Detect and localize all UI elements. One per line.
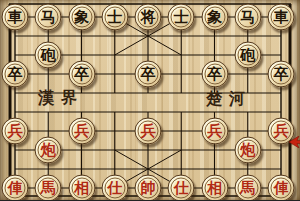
piece-red-advisor[interactable]: 仕 <box>168 175 195 201</box>
piece-glyph: 相 <box>74 180 89 195</box>
piece-red-cannon[interactable]: 炮 <box>234 137 261 164</box>
piece-glyph: 卒 <box>207 66 222 81</box>
piece-glyph: 兵 <box>8 123 23 138</box>
piece-black-rook[interactable]: 車 <box>2 4 29 31</box>
piece-black-advisor[interactable]: 士 <box>168 4 195 31</box>
piece-glyph: 卒 <box>141 66 156 81</box>
piece-glyph: 马 <box>240 9 255 24</box>
piece-red-rook[interactable]: 俥 <box>268 175 295 201</box>
piece-glyph: 俥 <box>274 180 289 195</box>
piece-glyph: 兵 <box>274 123 289 138</box>
piece-black-cannon[interactable]: 砲 <box>234 42 261 69</box>
piece-glyph: 将 <box>141 9 156 24</box>
piece-black-horse[interactable]: 马 <box>234 4 261 31</box>
piece-red-general[interactable]: 帥 <box>135 175 162 201</box>
piece-black-soldier[interactable]: 卒 <box>68 61 95 88</box>
piece-glyph: 兵 <box>74 123 89 138</box>
piece-red-cannon[interactable]: 炮 <box>35 137 62 164</box>
piece-black-elephant[interactable]: 象 <box>68 4 95 31</box>
red-cursor-arrow <box>289 136 300 149</box>
piece-glyph: 仕 <box>174 180 189 195</box>
piece-red-elephant[interactable]: 相 <box>201 175 228 201</box>
piece-glyph: 俥 <box>8 180 23 195</box>
piece-black-soldier[interactable]: 卒 <box>201 61 228 88</box>
piece-glyph: 象 <box>207 9 222 24</box>
piece-glyph: 马 <box>41 9 56 24</box>
piece-red-soldier[interactable]: 兵 <box>201 118 228 145</box>
piece-glyph: 帥 <box>141 180 156 195</box>
piece-black-rook[interactable]: 車 <box>268 4 295 31</box>
piece-glyph: 馬 <box>41 180 56 195</box>
piece-glyph: 仕 <box>107 180 122 195</box>
piece-glyph: 兵 <box>207 123 222 138</box>
piece-glyph: 卒 <box>8 66 23 81</box>
piece-black-advisor[interactable]: 士 <box>101 4 128 31</box>
piece-black-soldier[interactable]: 卒 <box>268 61 295 88</box>
piece-red-horse[interactable]: 馬 <box>234 175 261 201</box>
piece-glyph: 卒 <box>274 66 289 81</box>
piece-black-cannon[interactable]: 砲 <box>35 42 62 69</box>
piece-black-soldier[interactable]: 卒 <box>2 61 29 88</box>
piece-glyph: 卒 <box>74 66 89 81</box>
piece-red-rook[interactable]: 俥 <box>2 175 29 201</box>
piece-red-advisor[interactable]: 仕 <box>101 175 128 201</box>
piece-black-horse[interactable]: 马 <box>35 4 62 31</box>
piece-red-horse[interactable]: 馬 <box>35 175 62 201</box>
piece-black-general[interactable]: 将 <box>135 4 162 31</box>
xiangqi-board[interactable]: 車马象士将士象马車砲砲卒卒卒卒卒兵兵兵兵兵炮炮俥馬相仕帥仕相馬俥 <box>0 0 300 200</box>
piece-glyph: 相 <box>207 180 222 195</box>
piece-glyph: 士 <box>174 9 189 24</box>
piece-glyph: 砲 <box>240 47 255 62</box>
piece-glyph: 士 <box>107 9 122 24</box>
piece-red-elephant[interactable]: 相 <box>68 175 95 201</box>
piece-glyph: 車 <box>8 9 23 24</box>
piece-red-soldier[interactable]: 兵 <box>68 118 95 145</box>
piece-glyph: 象 <box>74 9 89 24</box>
piece-black-soldier[interactable]: 卒 <box>135 61 162 88</box>
piece-glyph: 炮 <box>240 142 255 157</box>
piece-red-soldier[interactable]: 兵 <box>135 118 162 145</box>
piece-glyph: 車 <box>274 9 289 24</box>
piece-glyph: 馬 <box>240 180 255 195</box>
xiangqi-game-window: 漢界 楚河 車马象士将士象马車砲砲卒卒卒卒卒兵兵兵兵兵炮炮俥馬相仕帥仕相馬俥 <box>0 0 300 200</box>
piece-black-elephant[interactable]: 象 <box>201 4 228 31</box>
piece-glyph: 砲 <box>41 47 56 62</box>
piece-glyph: 炮 <box>41 142 56 157</box>
piece-red-soldier[interactable]: 兵 <box>2 118 29 145</box>
piece-glyph: 兵 <box>141 123 156 138</box>
